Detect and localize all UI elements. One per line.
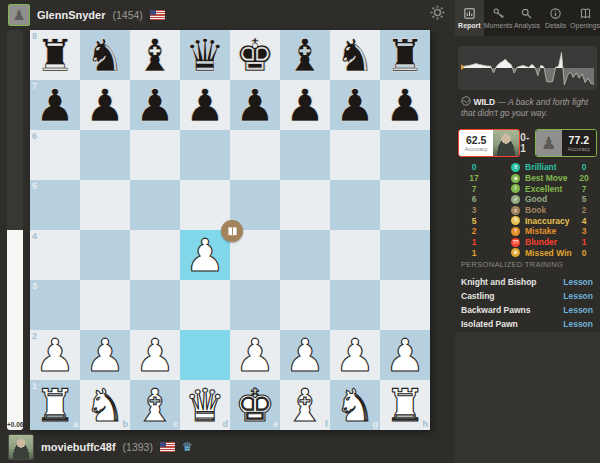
classification-label: Excellent bbox=[525, 184, 572, 194]
coordinate-label: a bbox=[73, 419, 78, 429]
white-pawn: ♟ bbox=[230, 330, 280, 380]
book-icon bbox=[579, 7, 592, 20]
square-e3[interactable] bbox=[230, 280, 280, 330]
square-h1[interactable]: h♜ bbox=[380, 380, 430, 430]
black-count: 7 bbox=[572, 184, 596, 194]
square-a1[interactable]: 1a♜ bbox=[30, 380, 80, 430]
coordinate-label: 6 bbox=[32, 131, 37, 141]
black-pawn: ♟ bbox=[280, 80, 330, 130]
white-count: 5 bbox=[459, 216, 489, 226]
black-king: ♚ bbox=[230, 30, 280, 80]
black-count: 3 bbox=[572, 226, 596, 236]
black-rook: ♜ bbox=[30, 30, 80, 80]
square-f3[interactable] bbox=[280, 280, 330, 330]
white-accuracy-card: 62.5 Accuracy bbox=[458, 129, 520, 157]
evaluation-bar-white-portion: +0.06 bbox=[7, 230, 23, 430]
top-player-name[interactable]: GlennSnyder bbox=[37, 9, 105, 21]
square-g5[interactable] bbox=[330, 180, 380, 230]
white-queen: ♛ bbox=[180, 380, 230, 430]
square-a6[interactable]: 6 bbox=[30, 130, 80, 180]
tab-moments-label: Moments bbox=[484, 22, 513, 29]
opening-book-badge-icon bbox=[221, 220, 243, 242]
classification-row-best-move[interactable]: 17★Best Move20 bbox=[459, 173, 596, 184]
square-h3[interactable] bbox=[380, 280, 430, 330]
square-f6[interactable] bbox=[280, 130, 330, 180]
coordinate-label: c bbox=[173, 419, 178, 429]
wild-icon bbox=[461, 96, 471, 106]
white-rook: ♜ bbox=[30, 380, 80, 430]
classification-row-mistake[interactable]: 2?Mistake3 bbox=[459, 226, 596, 237]
square-c1[interactable]: c♝ bbox=[130, 380, 180, 430]
square-f4[interactable] bbox=[280, 230, 330, 280]
accuracy-label: Accuracy bbox=[568, 146, 591, 152]
summary-tag: WILD bbox=[473, 97, 495, 107]
coordinate-label: 7 bbox=[32, 81, 37, 91]
white-pawn: ♟ bbox=[130, 330, 180, 380]
coordinate-label: h bbox=[423, 419, 429, 429]
tab-moments[interactable]: Moments bbox=[484, 0, 513, 36]
square-b2[interactable]: ♟ bbox=[80, 330, 130, 380]
square-b6[interactable] bbox=[80, 130, 130, 180]
classification-row-inaccuracy[interactable]: 5?!Inaccuracy4 bbox=[459, 215, 596, 226]
inaccuracy-icon: ?! bbox=[511, 216, 520, 225]
evaluation-graph[interactable] bbox=[458, 46, 597, 90]
missed-win-icon: ⊘ bbox=[511, 248, 520, 257]
white-pawn: ♟ bbox=[80, 330, 130, 380]
classification-label: Brilliant bbox=[525, 162, 572, 172]
classification-label: Blunder bbox=[525, 237, 572, 247]
report-icon bbox=[463, 7, 476, 20]
square-h4[interactable] bbox=[380, 230, 430, 280]
square-c8[interactable]: ♝ bbox=[130, 30, 180, 80]
square-f1[interactable]: f♝ bbox=[280, 380, 330, 430]
square-d7[interactable]: ♟ bbox=[180, 80, 230, 130]
us-flag-icon bbox=[160, 442, 175, 452]
white-king: ♚ bbox=[230, 380, 280, 430]
classification-row-book[interactable]: 3≡Book2 bbox=[459, 205, 596, 216]
training-title: Castling bbox=[461, 291, 495, 301]
blunder-icon: ?? bbox=[511, 238, 520, 247]
square-d8[interactable]: ♛ bbox=[180, 30, 230, 80]
tab-details[interactable]: Details bbox=[541, 0, 570, 36]
white-pawn: ♟ bbox=[280, 330, 330, 380]
black-pawn: ♟ bbox=[230, 80, 280, 130]
bottom-player-bar: moviebuffc48f (1393) ♛ bbox=[0, 430, 448, 463]
magnifier-icon bbox=[520, 7, 533, 20]
info-icon bbox=[549, 7, 562, 20]
white-count: 2 bbox=[459, 226, 489, 236]
white-count: 3 bbox=[459, 205, 489, 215]
classification-label: Inaccuracy bbox=[525, 216, 572, 226]
white-pawn: ♟ bbox=[380, 330, 430, 380]
white-pawn: ♟ bbox=[330, 330, 380, 380]
game-summary: WILD — A back and forth fight that didn'… bbox=[461, 96, 594, 119]
black-count: 0 bbox=[572, 248, 596, 258]
black-count: 0 bbox=[572, 162, 596, 172]
lesson-link[interactable]: Lesson bbox=[563, 319, 593, 329]
square-b3[interactable] bbox=[80, 280, 130, 330]
coordinate-label: 3 bbox=[32, 281, 37, 291]
square-g4[interactable] bbox=[330, 230, 380, 280]
square-a4[interactable]: 4 bbox=[30, 230, 80, 280]
white-count: 17 bbox=[459, 173, 489, 183]
black-count: 20 bbox=[572, 173, 596, 183]
square-d1[interactable]: d♛ bbox=[180, 380, 230, 430]
black-pawn: ♟ bbox=[80, 80, 130, 130]
classification-row-excellent[interactable]: 7!Excellent7 bbox=[459, 183, 596, 194]
square-h6[interactable] bbox=[380, 130, 430, 180]
bottom-player-avatar[interactable] bbox=[8, 434, 34, 460]
classification-label: Mistake bbox=[525, 226, 572, 236]
bottom-player-name[interactable]: moviebuffc48f bbox=[41, 441, 116, 453]
evaluation-bar: +0.06 bbox=[7, 30, 23, 430]
square-b1[interactable]: b♞ bbox=[80, 380, 130, 430]
black-count: 4 bbox=[572, 216, 596, 226]
bottom-player-rating: (1393) bbox=[123, 441, 153, 453]
square-c3[interactable] bbox=[130, 280, 180, 330]
square-f7[interactable]: ♟ bbox=[280, 80, 330, 130]
lesson-link[interactable]: Lesson bbox=[563, 291, 593, 301]
square-b4[interactable] bbox=[80, 230, 130, 280]
coordinate-label: f bbox=[325, 419, 328, 429]
current-move-marker bbox=[461, 64, 464, 69]
settings-gear-icon[interactable] bbox=[430, 5, 445, 20]
square-g8[interactable]: ♞ bbox=[330, 30, 380, 80]
white-count: 0 bbox=[459, 162, 489, 172]
training-title: Backward Pawns bbox=[461, 305, 530, 315]
square-c6[interactable] bbox=[130, 130, 180, 180]
coordinate-label: 8 bbox=[32, 31, 37, 41]
square-a8[interactable]: 8♜ bbox=[30, 30, 80, 80]
square-f2[interactable]: ♟ bbox=[280, 330, 330, 380]
white-bishop: ♝ bbox=[280, 380, 330, 430]
training-title: Knight and Bishop bbox=[461, 277, 537, 287]
lesson-link[interactable]: Lesson bbox=[563, 305, 593, 315]
white-player-avatar bbox=[493, 130, 519, 156]
black-bishop: ♝ bbox=[280, 30, 330, 80]
square-e8[interactable]: ♚ bbox=[230, 30, 280, 80]
us-flag-icon bbox=[150, 10, 165, 20]
white-count: 1 bbox=[459, 237, 489, 247]
square-b5[interactable] bbox=[80, 180, 130, 230]
tab-report[interactable]: Report bbox=[455, 0, 484, 36]
white-pawn: ♟ bbox=[30, 330, 80, 380]
training-header: PERSONALIZED TRAINING bbox=[461, 260, 593, 269]
square-c7[interactable]: ♟ bbox=[130, 80, 180, 130]
game-result: 0-1 bbox=[520, 132, 534, 154]
black-knight: ♞ bbox=[330, 30, 380, 80]
black-knight: ♞ bbox=[80, 30, 130, 80]
best-move-icon: ★ bbox=[511, 174, 520, 183]
good-icon: ✓ bbox=[511, 195, 520, 204]
lesson-link[interactable]: Lesson bbox=[563, 277, 593, 287]
brilliant-icon: !! bbox=[511, 163, 520, 172]
white-accuracy-value: 62.5 bbox=[466, 135, 486, 146]
classification-label: Good bbox=[525, 194, 572, 204]
square-h8[interactable]: ♜ bbox=[380, 30, 430, 80]
square-d2[interactable] bbox=[180, 330, 230, 380]
coordinate-label: 5 bbox=[32, 181, 37, 191]
square-h5[interactable] bbox=[380, 180, 430, 230]
square-a7[interactable]: 7♟ bbox=[30, 80, 80, 130]
square-g7[interactable]: ♟ bbox=[330, 80, 380, 130]
black-accuracy-value: 77.2 bbox=[569, 135, 589, 146]
crown-badge-icon: ♛ bbox=[182, 441, 193, 453]
personalized-training-section: PERSONALIZED TRAINING Knight and Bishop … bbox=[461, 260, 593, 331]
tab-analysis-label: Analysis bbox=[514, 22, 540, 29]
sidebar-tabbar: Report Moments Analysis bbox=[455, 0, 600, 36]
square-d3[interactable] bbox=[180, 280, 230, 330]
accuracy-score-row: 62.5 Accuracy 0-1 ♟ 77.2 Accuracy bbox=[458, 128, 597, 158]
black-accuracy-card: ♟ 77.2 Accuracy bbox=[535, 129, 597, 157]
coordinate-label: 4 bbox=[32, 231, 37, 241]
square-e2[interactable]: ♟ bbox=[230, 330, 280, 380]
classification-row-missed-win[interactable]: 1⊘Missed Win0 bbox=[459, 248, 596, 259]
square-b7[interactable]: ♟ bbox=[80, 80, 130, 130]
square-a2[interactable]: 2♟ bbox=[30, 330, 80, 380]
classification-row-good[interactable]: 6✓Good5 bbox=[459, 194, 596, 205]
white-rook: ♜ bbox=[380, 380, 430, 430]
black-bishop: ♝ bbox=[130, 30, 180, 80]
training-row-isolated-pawn: Isolated Pawn Lesson bbox=[461, 317, 593, 331]
white-count: 7 bbox=[459, 184, 489, 194]
classification-row-blunder[interactable]: 1??Blunder1 bbox=[459, 237, 596, 248]
square-g2[interactable]: ♟ bbox=[330, 330, 380, 380]
training-row-castling: Castling Lesson bbox=[461, 289, 593, 303]
training-row-backward-pawns: Backward Pawns Lesson bbox=[461, 303, 593, 317]
black-pawn: ♟ bbox=[30, 80, 80, 130]
evaluation-value: +0.06 bbox=[7, 421, 23, 428]
tab-openings-label: Openings bbox=[570, 22, 600, 29]
training-title: Isolated Pawn bbox=[461, 319, 518, 329]
square-h2[interactable]: ♟ bbox=[380, 330, 430, 380]
coordinate-label: g bbox=[373, 419, 379, 429]
white-count: 6 bbox=[459, 194, 489, 204]
white-count: 1 bbox=[459, 248, 489, 258]
white-bishop: ♝ bbox=[130, 380, 180, 430]
excellent-icon: ! bbox=[511, 184, 520, 193]
coordinate-label: d bbox=[223, 419, 229, 429]
black-rook: ♜ bbox=[380, 30, 430, 80]
accuracy-label: Accuracy bbox=[465, 146, 488, 152]
mistake-icon: ? bbox=[511, 227, 520, 236]
white-knight: ♞ bbox=[330, 380, 380, 430]
square-e7[interactable]: ♟ bbox=[230, 80, 280, 130]
square-f5[interactable] bbox=[280, 180, 330, 230]
coordinate-label: 1 bbox=[32, 381, 37, 391]
square-a5[interactable]: 5 bbox=[30, 180, 80, 230]
black-queen: ♛ bbox=[180, 30, 230, 80]
square-g1[interactable]: g♞ bbox=[330, 380, 380, 430]
tab-openings[interactable]: Openings bbox=[570, 0, 600, 36]
square-c4[interactable] bbox=[130, 230, 180, 280]
chess-board: 8♜♞♝♛♚♝♞♜7♟♟♟♟♟♟♟♟654♟32♟♟♟♟♟♟♟1a♜b♞c♝d♛… bbox=[30, 30, 430, 430]
square-c2[interactable]: ♟ bbox=[130, 330, 180, 380]
coordinate-label: b bbox=[123, 419, 129, 429]
square-g3[interactable] bbox=[330, 280, 380, 330]
coordinate-label: e bbox=[273, 419, 278, 429]
black-pawn: ♟ bbox=[380, 80, 430, 130]
sidebar-lower-panel bbox=[455, 332, 600, 463]
square-f8[interactable]: ♝ bbox=[280, 30, 330, 80]
square-d5[interactable] bbox=[180, 180, 230, 230]
analysis-sidebar: Report Moments Analysis bbox=[455, 0, 600, 463]
black-pawn: ♟ bbox=[180, 80, 230, 130]
classification-label: Best Move bbox=[525, 173, 572, 183]
coordinate-label: 2 bbox=[32, 331, 37, 341]
top-player-bar: ♟ GlennSnyder (1454) bbox=[0, 0, 448, 30]
square-d6[interactable] bbox=[180, 130, 230, 180]
black-count: 5 bbox=[572, 194, 596, 204]
square-e1[interactable]: e♚ bbox=[230, 380, 280, 430]
top-player-rating: (1454) bbox=[112, 9, 142, 21]
classification-label: Book bbox=[525, 205, 572, 215]
tab-analysis[interactable]: Analysis bbox=[513, 0, 542, 36]
tab-details-label: Details bbox=[545, 22, 566, 29]
key-icon bbox=[492, 7, 505, 20]
classification-row-brilliant[interactable]: 0!!Brilliant0 bbox=[459, 162, 596, 173]
book-icon: ≡ bbox=[511, 206, 520, 215]
classification-label: Missed Win bbox=[525, 248, 572, 258]
square-c5[interactable] bbox=[130, 180, 180, 230]
square-b8[interactable]: ♞ bbox=[80, 30, 130, 80]
black-count: 1 bbox=[572, 237, 596, 247]
white-knight: ♞ bbox=[80, 380, 130, 430]
black-player-avatar: ♟ bbox=[536, 130, 562, 156]
black-count: 2 bbox=[572, 205, 596, 215]
square-e6[interactable] bbox=[230, 130, 280, 180]
game-review-window: ♟ GlennSnyder (1454) +0.06 8♜♞♝♛♚♝♞♜7♟♟♟… bbox=[0, 0, 600, 463]
tab-report-label: Report bbox=[458, 22, 481, 29]
square-h7[interactable]: ♟ bbox=[380, 80, 430, 130]
black-pawn: ♟ bbox=[330, 80, 380, 130]
black-pawn: ♟ bbox=[130, 80, 180, 130]
top-player-avatar[interactable]: ♟ bbox=[8, 4, 30, 26]
move-classification-table: 0!!Brilliant017★Best Move207!Excellent76… bbox=[459, 162, 596, 258]
square-a3[interactable]: 3 bbox=[30, 280, 80, 330]
square-g6[interactable] bbox=[330, 130, 380, 180]
training-row-knight-and-bishop: Knight and Bishop Lesson bbox=[461, 275, 593, 289]
